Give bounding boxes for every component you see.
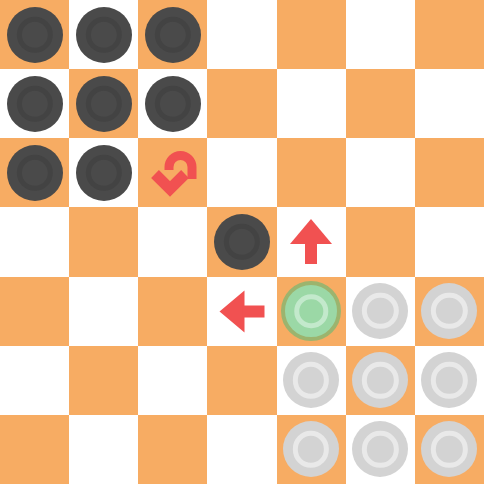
- square-r2c1[interactable]: [69, 138, 138, 207]
- square-r0c0[interactable]: [0, 0, 69, 69]
- square-r1c6[interactable]: [415, 69, 484, 138]
- square-r4c4[interactable]: [277, 277, 346, 346]
- square-r4c0[interactable]: [0, 277, 69, 346]
- light-piece[interactable]: [421, 421, 477, 477]
- square-r0c3[interactable]: [207, 0, 276, 69]
- light-piece[interactable]: [421, 352, 477, 408]
- square-r0c2[interactable]: [138, 0, 207, 69]
- selected-piece[interactable]: [281, 281, 341, 341]
- square-r1c0[interactable]: [0, 69, 69, 138]
- square-r2c0[interactable]: [0, 138, 69, 207]
- square-r2c6[interactable]: [415, 138, 484, 207]
- square-r5c5[interactable]: [346, 346, 415, 415]
- square-r4c6[interactable]: [415, 277, 484, 346]
- dark-piece[interactable]: [76, 76, 132, 132]
- light-piece[interactable]: [352, 421, 408, 477]
- square-r3c2[interactable]: [138, 207, 207, 276]
- up-arrow-icon: [288, 218, 334, 265]
- square-r5c1[interactable]: [69, 346, 138, 415]
- dark-piece[interactable]: [7, 7, 63, 63]
- square-r3c3[interactable]: [207, 207, 276, 276]
- square-r4c2[interactable]: [138, 277, 207, 346]
- light-piece[interactable]: [283, 421, 339, 477]
- square-r0c1[interactable]: [69, 0, 138, 69]
- square-r5c2[interactable]: [138, 346, 207, 415]
- light-piece[interactable]: [283, 352, 339, 408]
- dark-piece[interactable]: [7, 76, 63, 132]
- square-r5c4[interactable]: [277, 346, 346, 415]
- dark-piece[interactable]: [7, 145, 63, 201]
- board: [0, 0, 484, 484]
- square-r1c5[interactable]: [346, 69, 415, 138]
- square-r3c6[interactable]: [415, 207, 484, 276]
- dark-piece[interactable]: [145, 7, 201, 63]
- square-r6c5[interactable]: [346, 415, 415, 484]
- light-piece[interactable]: [352, 283, 408, 339]
- square-r3c5[interactable]: [346, 207, 415, 276]
- square-r1c3[interactable]: [207, 69, 276, 138]
- square-r2c2[interactable]: [138, 138, 207, 207]
- left-arrow-icon: [218, 288, 265, 334]
- square-r2c3[interactable]: [207, 138, 276, 207]
- square-r6c4[interactable]: [277, 415, 346, 484]
- dark-piece[interactable]: [214, 214, 270, 270]
- square-r0c6[interactable]: [415, 0, 484, 69]
- square-r0c5[interactable]: [346, 0, 415, 69]
- dark-piece[interactable]: [76, 7, 132, 63]
- dark-piece[interactable]: [145, 76, 201, 132]
- square-r4c5[interactable]: [346, 277, 415, 346]
- square-r3c4[interactable]: [277, 207, 346, 276]
- square-r6c6[interactable]: [415, 415, 484, 484]
- square-r2c5[interactable]: [346, 138, 415, 207]
- square-r5c3[interactable]: [207, 346, 276, 415]
- square-r4c1[interactable]: [69, 277, 138, 346]
- square-r2c4[interactable]: [277, 138, 346, 207]
- square-r1c1[interactable]: [69, 69, 138, 138]
- light-piece[interactable]: [421, 283, 477, 339]
- square-r6c1[interactable]: [69, 415, 138, 484]
- dark-piece[interactable]: [76, 145, 132, 201]
- square-r1c4[interactable]: [277, 69, 346, 138]
- square-r4c3[interactable]: [207, 277, 276, 346]
- square-r6c3[interactable]: [207, 415, 276, 484]
- square-r5c0[interactable]: [0, 346, 69, 415]
- square-r3c0[interactable]: [0, 207, 69, 276]
- square-r5c6[interactable]: [415, 346, 484, 415]
- square-r3c1[interactable]: [69, 207, 138, 276]
- square-r1c2[interactable]: [138, 69, 207, 138]
- square-r6c2[interactable]: [138, 415, 207, 484]
- square-r0c4[interactable]: [277, 0, 346, 69]
- light-piece[interactable]: [352, 352, 408, 408]
- square-r6c0[interactable]: [0, 415, 69, 484]
- curved-return-arrow-icon: [149, 150, 199, 200]
